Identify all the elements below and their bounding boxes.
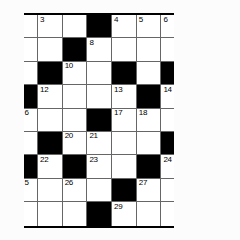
clue-number: 18 bbox=[139, 109, 147, 117]
grid-cell[interactable] bbox=[161, 38, 174, 61]
clue-number: 23 bbox=[89, 156, 97, 164]
clue-number: 21 bbox=[89, 132, 97, 140]
grid-cell[interactable] bbox=[137, 202, 162, 225]
black-cell bbox=[161, 132, 174, 155]
black-cell bbox=[137, 85, 162, 108]
grid-cell[interactable] bbox=[137, 38, 162, 61]
clue-number: 29 bbox=[114, 203, 122, 211]
grid-cell[interactable] bbox=[63, 15, 88, 38]
black-cell bbox=[87, 15, 112, 38]
grid-cell[interactable]: 22 bbox=[38, 155, 63, 178]
clue-number: 12 bbox=[40, 86, 48, 94]
black-cell bbox=[87, 202, 112, 225]
grid-cell[interactable]: 29 bbox=[112, 202, 137, 225]
grid-cell[interactable] bbox=[87, 85, 112, 108]
grid-cell[interactable] bbox=[63, 85, 88, 108]
grid-cell[interactable] bbox=[24, 38, 38, 61]
grid-cell[interactable]: 18 bbox=[137, 109, 162, 132]
black-cell bbox=[38, 132, 63, 155]
black-cell bbox=[63, 155, 88, 178]
grid-cell[interactable]: 27 bbox=[137, 179, 162, 202]
grid-cell[interactable] bbox=[38, 179, 63, 202]
grid-cell[interactable] bbox=[87, 62, 112, 85]
clue-number: 24 bbox=[163, 156, 171, 164]
clue-number: 13 bbox=[114, 86, 122, 94]
clue-number: 6 bbox=[163, 16, 167, 24]
grid-cell[interactable]: 26 bbox=[63, 179, 88, 202]
grid-cell[interactable]: 13 bbox=[112, 85, 137, 108]
black-cell bbox=[63, 38, 88, 61]
grid-cell[interactable]: 21 bbox=[87, 132, 112, 155]
crossword-grid: 34568101213146171820212223245262729 bbox=[24, 13, 174, 228]
black-cell bbox=[112, 179, 137, 202]
grid-cell[interactable]: 8 bbox=[87, 38, 112, 61]
clue-number: 22 bbox=[40, 156, 48, 164]
black-cell bbox=[137, 155, 162, 178]
clue-number: 27 bbox=[139, 179, 147, 187]
grid-cell[interactable] bbox=[24, 15, 38, 38]
grid-cell[interactable]: 24 bbox=[161, 155, 174, 178]
clue-number: 17 bbox=[114, 109, 122, 117]
grid-cell[interactable]: 3 bbox=[38, 15, 63, 38]
clue-number: 26 bbox=[65, 179, 73, 187]
grid-cell[interactable]: 12 bbox=[38, 85, 63, 108]
grid-cell[interactable] bbox=[161, 179, 174, 202]
grid-cell[interactable]: 23 bbox=[87, 155, 112, 178]
grid-cell[interactable] bbox=[87, 179, 112, 202]
grid-cell[interactable]: 4 bbox=[112, 15, 137, 38]
black-cell bbox=[87, 109, 112, 132]
black-cell bbox=[161, 62, 174, 85]
black-cell bbox=[24, 155, 38, 178]
clue-number: 5 bbox=[139, 16, 143, 24]
grid-cell[interactable]: 6 bbox=[24, 109, 38, 132]
grid-cell[interactable] bbox=[63, 109, 88, 132]
grid-cell[interactable] bbox=[161, 109, 174, 132]
black-cell bbox=[38, 62, 63, 85]
grid-cell[interactable] bbox=[112, 155, 137, 178]
grid-cell[interactable] bbox=[112, 132, 137, 155]
clue-number: 10 bbox=[65, 62, 73, 70]
grid-cell[interactable] bbox=[38, 202, 63, 225]
black-cell bbox=[112, 62, 137, 85]
clue-number: 4 bbox=[114, 16, 118, 24]
grid-cell[interactable] bbox=[38, 109, 63, 132]
grid-cell[interactable]: 5 bbox=[137, 15, 162, 38]
grid-cell[interactable] bbox=[24, 202, 38, 225]
grid-cell[interactable]: 10 bbox=[63, 62, 88, 85]
grid-cell[interactable] bbox=[24, 132, 38, 155]
grid-cell[interactable] bbox=[63, 202, 88, 225]
clue-number: 20 bbox=[65, 132, 73, 140]
grid-cell[interactable]: 14 bbox=[161, 85, 174, 108]
grid-cell[interactable] bbox=[161, 202, 174, 225]
crossword-thumbnail: 34568101213146171820212223245262729 bbox=[0, 0, 240, 240]
clue-number: 6 bbox=[25, 109, 29, 117]
grid-cell[interactable] bbox=[24, 62, 38, 85]
grid-cell[interactable] bbox=[38, 38, 63, 61]
black-cell bbox=[24, 85, 38, 108]
clue-number: 5 bbox=[25, 179, 29, 187]
grid-cell[interactable]: 5 bbox=[24, 179, 38, 202]
clue-number: 3 bbox=[40, 16, 44, 24]
grid-cell[interactable]: 17 bbox=[112, 109, 137, 132]
clue-number: 14 bbox=[163, 86, 171, 94]
grid-cell[interactable] bbox=[137, 62, 162, 85]
grid-cell[interactable]: 6 bbox=[161, 15, 174, 38]
grid-cell[interactable]: 20 bbox=[63, 132, 88, 155]
clue-number: 8 bbox=[89, 39, 93, 47]
grid-cell[interactable] bbox=[112, 38, 137, 61]
grid-cell[interactable] bbox=[137, 132, 162, 155]
